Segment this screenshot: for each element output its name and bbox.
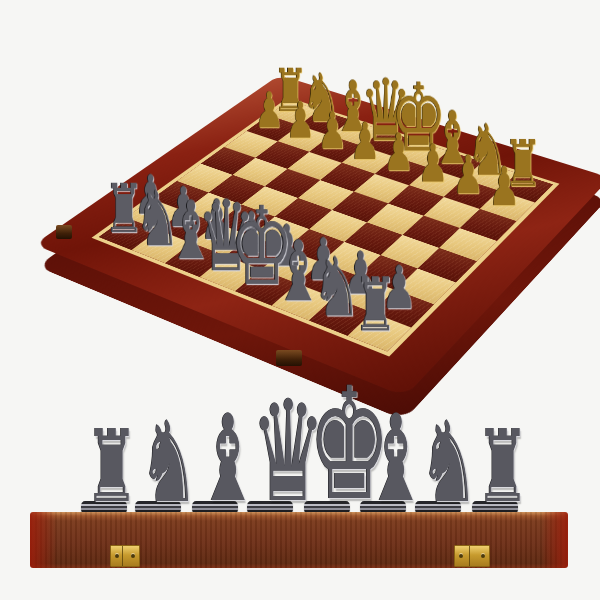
brass-hinge-icon xyxy=(454,545,490,567)
silver-knight-on-box: ♞ xyxy=(406,419,470,514)
gold-pawn: ♟ xyxy=(285,100,315,141)
rook-glyph: ♜ xyxy=(476,428,514,506)
king-glyph: ♚ xyxy=(308,385,346,506)
knight-glyph: ♞ xyxy=(419,419,457,506)
silver-rook: ♜ xyxy=(353,275,397,336)
closed-box-scene: ♜♞♝♛♚♝♞♜ xyxy=(0,360,600,600)
silver-rook-on-box: ♜ xyxy=(463,428,527,514)
brass-hinge-icon xyxy=(110,545,140,567)
knight-glyph: ♞ xyxy=(139,419,177,506)
silver-knight-on-box: ♞ xyxy=(126,419,190,514)
chess-board: ♜♞♝♛♚♝♞♜♟♟♟♟♟♟♟♟♟♟♟♟♟♟♟♟♜♞♝♛♚♝♞♜ xyxy=(34,75,600,397)
gold-pawn: ♟ xyxy=(488,165,520,209)
queen-glyph: ♛ xyxy=(251,397,289,506)
gold-pawn: ♟ xyxy=(417,142,448,185)
board-latch-icon xyxy=(276,350,302,366)
silver-queen-on-box: ♛ xyxy=(238,397,302,514)
bishop-glyph: ♝ xyxy=(196,412,234,506)
storage-box xyxy=(30,512,568,568)
board-square xyxy=(388,185,444,215)
silver-king-on-box: ♚ xyxy=(295,385,359,514)
board-top-face: ♜♞♝♛♚♝♞♜♟♟♟♟♟♟♟♟♟♟♟♟♟♟♟♟♜♞♝♛♚♝♞♜ xyxy=(34,75,600,397)
bishop-glyph: ♝ xyxy=(364,412,402,506)
gold-pawn: ♟ xyxy=(383,131,414,174)
board-latch-icon xyxy=(56,225,72,239)
rook-glyph: ♜ xyxy=(85,428,123,506)
gold-pawn: ♟ xyxy=(317,110,347,152)
hinge-seam xyxy=(122,546,123,566)
gold-pawn: ♟ xyxy=(350,121,380,163)
chess-set-product-image: ♜♞♝♛♚♝♞♜♟♟♟♟♟♟♟♟♟♟♟♟♟♟♟♟♜♞♝♛♚♝♞♜ ♜♞♝♛♚♝♞… xyxy=(0,0,600,600)
gold-pawn: ♟ xyxy=(254,90,283,131)
gold-pawn: ♟ xyxy=(452,153,484,197)
hinge-seam xyxy=(469,546,470,566)
